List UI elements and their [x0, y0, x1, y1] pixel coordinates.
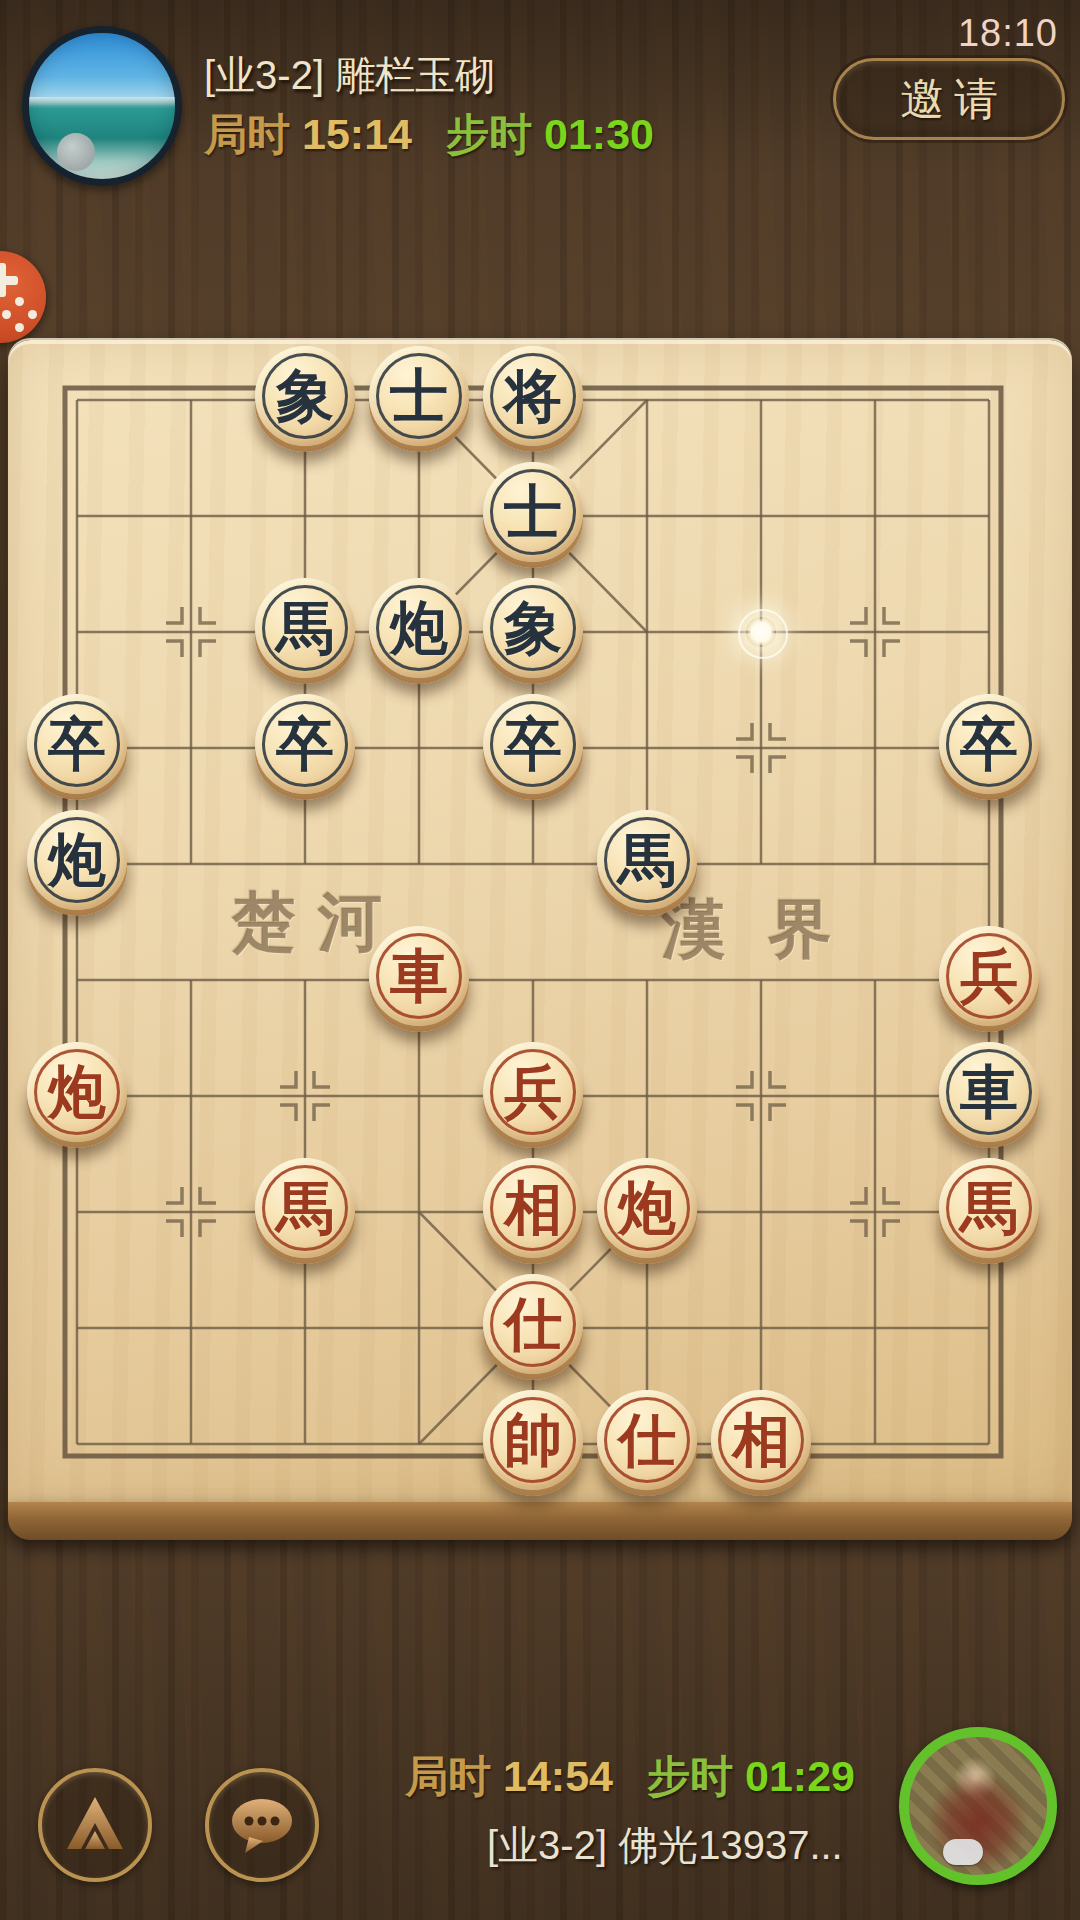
invite-button[interactable]: 邀请: [833, 58, 1065, 140]
player-game-time: 14:54: [503, 1752, 613, 1800]
player-name: [业3-2] 佛光13937...: [487, 1818, 843, 1873]
piece-black-2-3[interactable]: 卒: [255, 694, 355, 794]
piece-black-2-2[interactable]: 馬: [255, 578, 355, 678]
piece-red-4-8[interactable]: 仕: [483, 1274, 583, 1374]
piece-red-4-6[interactable]: 兵: [483, 1042, 583, 1142]
piece-black-5-4[interactable]: 馬: [597, 810, 697, 910]
piece-black-4-3[interactable]: 卒: [483, 694, 583, 794]
piece-red-4-9[interactable]: 帥: [483, 1390, 583, 1490]
avatar-photo: [29, 97, 175, 106]
gamepad-icon: [0, 263, 18, 297]
piece-black-4-1[interactable]: 士: [483, 462, 583, 562]
piece-red-8-5[interactable]: 兵: [939, 926, 1039, 1026]
opponent-name: [业3-2] 雕栏玉砌: [204, 48, 495, 103]
piece-red-8-7[interactable]: 馬: [939, 1158, 1039, 1258]
piece-black-2-0[interactable]: 象: [255, 346, 355, 446]
up-chevron-icon: [63, 1795, 127, 1855]
opponent-move-time: 01:30: [544, 110, 654, 158]
chat-button[interactable]: [205, 1768, 319, 1882]
piece-black-4-2[interactable]: 象: [483, 578, 583, 678]
opponent-move-time-label: 步时: [446, 110, 532, 158]
piece-black-4-0[interactable]: 将: [483, 346, 583, 446]
opponent-game-time-label: 局时: [204, 110, 290, 158]
piece-black-8-3[interactable]: 卒: [939, 694, 1039, 794]
player-move-time: 01:29: [745, 1752, 855, 1800]
opponent-avatar[interactable]: [22, 26, 182, 186]
expand-button[interactable]: [38, 1768, 152, 1882]
opponent-level-badge-icon: [57, 133, 95, 171]
piece-black-3-0[interactable]: 士: [369, 346, 469, 446]
opponent-timers: 局时15:14步时01:30: [204, 106, 654, 164]
player-avatar[interactable]: [899, 1727, 1057, 1885]
piece-red-4-7[interactable]: 相: [483, 1158, 583, 1258]
gamepad-buttons-icon: [2, 297, 38, 333]
piece-red-5-9[interactable]: 仕: [597, 1390, 697, 1490]
piece-black-0-4[interactable]: 炮: [27, 810, 127, 910]
game-screen: 18:10 [业3-2] 雕栏玉砌 局时15:14步时01:30 邀请 楚河 漢…: [0, 0, 1080, 1920]
piece-black-8-6[interactable]: 車: [939, 1042, 1039, 1142]
board-front-edge: [8, 1502, 1072, 1540]
player-move-time-label: 步时: [647, 1752, 733, 1800]
opponent-game-time: 15:14: [302, 110, 412, 158]
piece-red-3-5[interactable]: 車: [369, 926, 469, 1026]
player-level-badge-icon: [943, 1839, 983, 1865]
player-game-time-label: 局时: [405, 1752, 491, 1800]
piece-red-5-7[interactable]: 炮: [597, 1158, 697, 1258]
piece-black-0-3[interactable]: 卒: [27, 694, 127, 794]
side-menu-tab[interactable]: [0, 251, 46, 343]
piece-red-2-7[interactable]: 馬: [255, 1158, 355, 1258]
chat-bubble-icon: [229, 1795, 295, 1855]
status-clock: 18:10: [958, 12, 1058, 55]
player-timers: 局时14:54步时01:29: [405, 1748, 855, 1806]
piece-black-3-2[interactable]: 炮: [369, 578, 469, 678]
piece-red-6-9[interactable]: 相: [711, 1390, 811, 1490]
piece-red-0-6[interactable]: 炮: [27, 1042, 127, 1142]
